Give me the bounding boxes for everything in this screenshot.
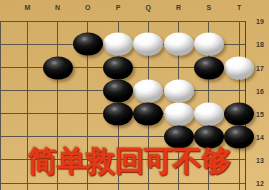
black-stone-P16	[103, 79, 133, 102]
black-stone-O18	[73, 33, 103, 56]
black-stone-P15	[103, 102, 133, 125]
row-label-13: 13	[252, 155, 268, 164]
white-stone-R16	[164, 79, 194, 102]
column-label-Q: Q	[146, 3, 151, 12]
row-label-19: 19	[252, 17, 268, 26]
white-stone-R15	[164, 102, 194, 125]
black-stone-N17	[43, 56, 73, 79]
white-stone-P18	[103, 33, 133, 56]
white-stone-T17	[224, 56, 254, 79]
column-label-S: S	[206, 3, 211, 12]
black-stone-T15	[224, 102, 254, 125]
row-label-17: 17	[252, 63, 268, 72]
black-stone-Q15	[133, 102, 163, 125]
white-stone-Q18	[133, 33, 163, 56]
caption-text: 简单救回可不够	[28, 144, 231, 178]
column-label-T: T	[237, 3, 241, 12]
column-label-N: N	[55, 3, 60, 12]
white-stone-Q16	[133, 79, 163, 102]
row-label-14: 14	[252, 132, 268, 141]
white-stone-S18	[194, 33, 224, 56]
go-board-screenshot: 简单救回可不够 MNOPQRST1918171615141312	[0, 0, 269, 190]
white-stone-S15	[194, 102, 224, 125]
column-label-O: O	[85, 3, 90, 12]
black-stone-P17	[103, 56, 133, 79]
row-label-15: 15	[252, 109, 268, 118]
row-label-18: 18	[252, 40, 268, 49]
column-label-P: P	[116, 3, 121, 12]
grid-vline-left-partial	[0, 21, 1, 190]
row-label-12: 12	[252, 179, 268, 188]
black-stone-S17	[194, 56, 224, 79]
column-label-M: M	[24, 3, 30, 12]
white-stone-R18	[164, 33, 194, 56]
column-label-R: R	[176, 3, 181, 12]
row-label-16: 16	[252, 86, 268, 95]
